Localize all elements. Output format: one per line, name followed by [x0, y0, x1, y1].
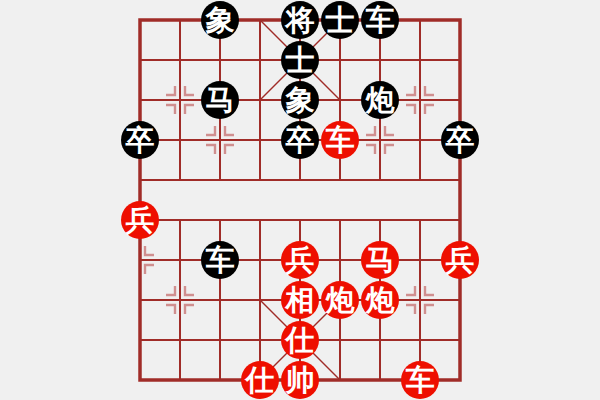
piece-red-chariot[interactable]: 车: [321, 121, 359, 159]
piece-red-soldier[interactable]: 兵: [281, 241, 319, 279]
piece-red-soldier[interactable]: 兵: [441, 241, 479, 279]
piece-black-general[interactable]: 将: [281, 1, 319, 39]
piece-black-advisor[interactable]: 士: [321, 1, 359, 39]
piece-red-advisor[interactable]: 仕: [281, 321, 319, 359]
piece-black-soldier[interactable]: 卒: [281, 121, 319, 159]
piece-black-elephant[interactable]: 象: [201, 1, 239, 39]
piece-red-cannon[interactable]: 炮: [321, 281, 359, 319]
piece-red-horse[interactable]: 马: [361, 241, 399, 279]
piece-red-advisor[interactable]: 仕: [241, 361, 279, 399]
piece-red-general[interactable]: 帅: [281, 361, 319, 399]
piece-black-soldier[interactable]: 卒: [121, 121, 159, 159]
piece-red-cannon[interactable]: 炮: [361, 281, 399, 319]
piece-red-chariot[interactable]: 车: [401, 361, 439, 399]
xiangqi-app: 象将士车士马象炮卒卒车卒兵车兵马兵相炮炮仕仕帅车: [0, 0, 600, 400]
piece-red-elephant[interactable]: 相: [281, 281, 319, 319]
piece-black-horse[interactable]: 马: [201, 81, 239, 119]
piece-black-cannon[interactable]: 炮: [361, 81, 399, 119]
piece-black-chariot[interactable]: 车: [361, 1, 399, 39]
piece-black-advisor[interactable]: 士: [281, 41, 319, 79]
piece-red-soldier[interactable]: 兵: [121, 201, 159, 239]
piece-black-chariot[interactable]: 车: [201, 241, 239, 279]
piece-black-soldier[interactable]: 卒: [441, 121, 479, 159]
xiangqi-board[interactable]: 象将士车士马象炮卒卒车卒兵车兵马兵相炮炮仕仕帅车: [120, 0, 480, 400]
piece-black-elephant[interactable]: 象: [281, 81, 319, 119]
